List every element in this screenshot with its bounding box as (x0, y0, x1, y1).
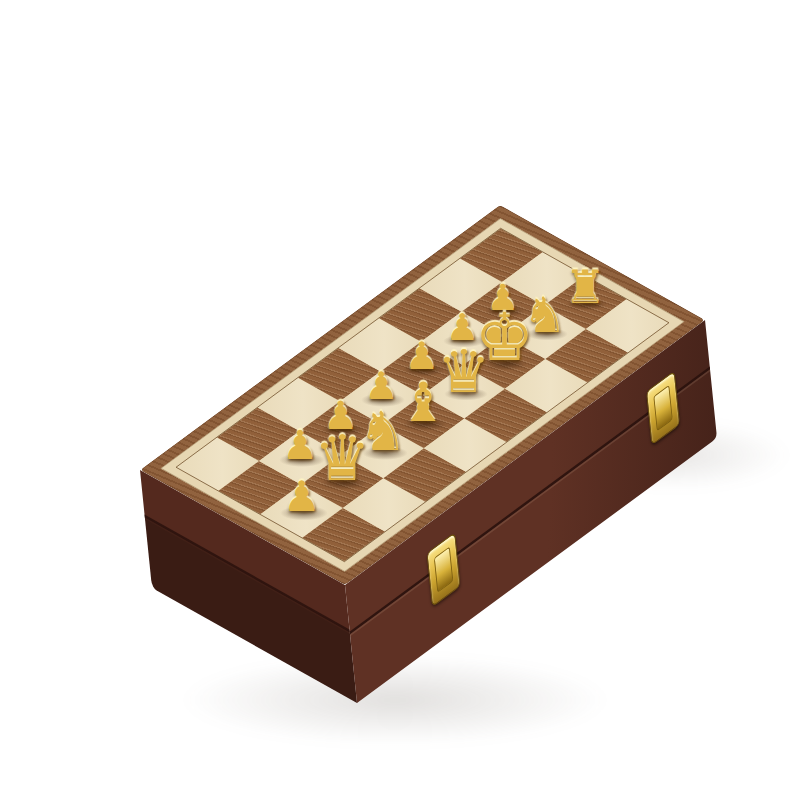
piece-pawn[interactable]: ♟ (364, 367, 398, 405)
piece-queen[interactable]: ♛ (314, 427, 370, 490)
piece-pawn[interactable]: ♟ (405, 337, 439, 375)
piece-pawn[interactable]: ♟ (282, 425, 318, 465)
piece-pawn[interactable]: ♟ (283, 476, 321, 518)
piece-rook[interactable]: ♜ (565, 264, 606, 310)
brass-clasp (646, 370, 680, 445)
brass-clasp (427, 532, 461, 607)
product-photo-scene: ♟♟♟♟♟♟♟♛♞♝♛♚♞♜ (0, 0, 800, 800)
